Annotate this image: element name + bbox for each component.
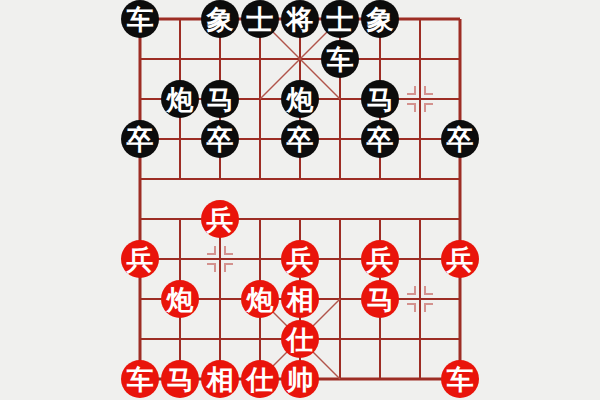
piece-black[interactable]: 卒 — [281, 120, 319, 158]
piece-red[interactable]: 仕 — [241, 360, 279, 398]
piece-red[interactable]: 兵 — [201, 200, 239, 238]
piece-black[interactable]: 马 — [361, 80, 399, 118]
xiangqi-board: 车象士将士象车炮马炮马卒卒卒卒卒兵兵兵兵兵炮炮相马仕车马相仕帅车 — [0, 0, 600, 400]
piece-red[interactable]: 马 — [161, 360, 199, 398]
piece-black[interactable]: 士 — [241, 0, 279, 38]
piece-black[interactable]: 车 — [121, 0, 159, 38]
piece-red[interactable]: 兵 — [121, 240, 159, 278]
piece-black[interactable]: 将 — [281, 0, 319, 38]
piece-black[interactable]: 卒 — [441, 120, 479, 158]
piece-black[interactable]: 士 — [321, 0, 359, 38]
piece-black[interactable]: 卒 — [361, 120, 399, 158]
piece-black[interactable]: 马 — [201, 80, 239, 118]
piece-red[interactable]: 仕 — [281, 320, 319, 358]
piece-red[interactable]: 兵 — [281, 240, 319, 278]
pieces-layer: 车象士将士象车炮马炮马卒卒卒卒卒兵兵兵兵兵炮炮相马仕车马相仕帅车 — [120, 0, 480, 399]
piece-black[interactable]: 象 — [201, 0, 239, 38]
piece-red[interactable]: 马 — [361, 280, 399, 318]
piece-red[interactable]: 兵 — [441, 240, 479, 278]
piece-red[interactable]: 车 — [441, 360, 479, 398]
piece-red[interactable]: 炮 — [161, 280, 199, 318]
piece-black[interactable]: 炮 — [161, 80, 199, 118]
piece-red[interactable]: 相 — [201, 360, 239, 398]
piece-red[interactable]: 车 — [121, 360, 159, 398]
piece-red[interactable]: 炮 — [241, 280, 279, 318]
piece-red[interactable]: 相 — [281, 280, 319, 318]
piece-black[interactable]: 象 — [361, 0, 399, 38]
piece-black[interactable]: 卒 — [201, 120, 239, 158]
piece-black[interactable]: 车 — [321, 40, 359, 78]
piece-red[interactable]: 帅 — [281, 360, 319, 398]
piece-red[interactable]: 兵 — [361, 240, 399, 278]
piece-black[interactable]: 卒 — [121, 120, 159, 158]
piece-black[interactable]: 炮 — [281, 80, 319, 118]
